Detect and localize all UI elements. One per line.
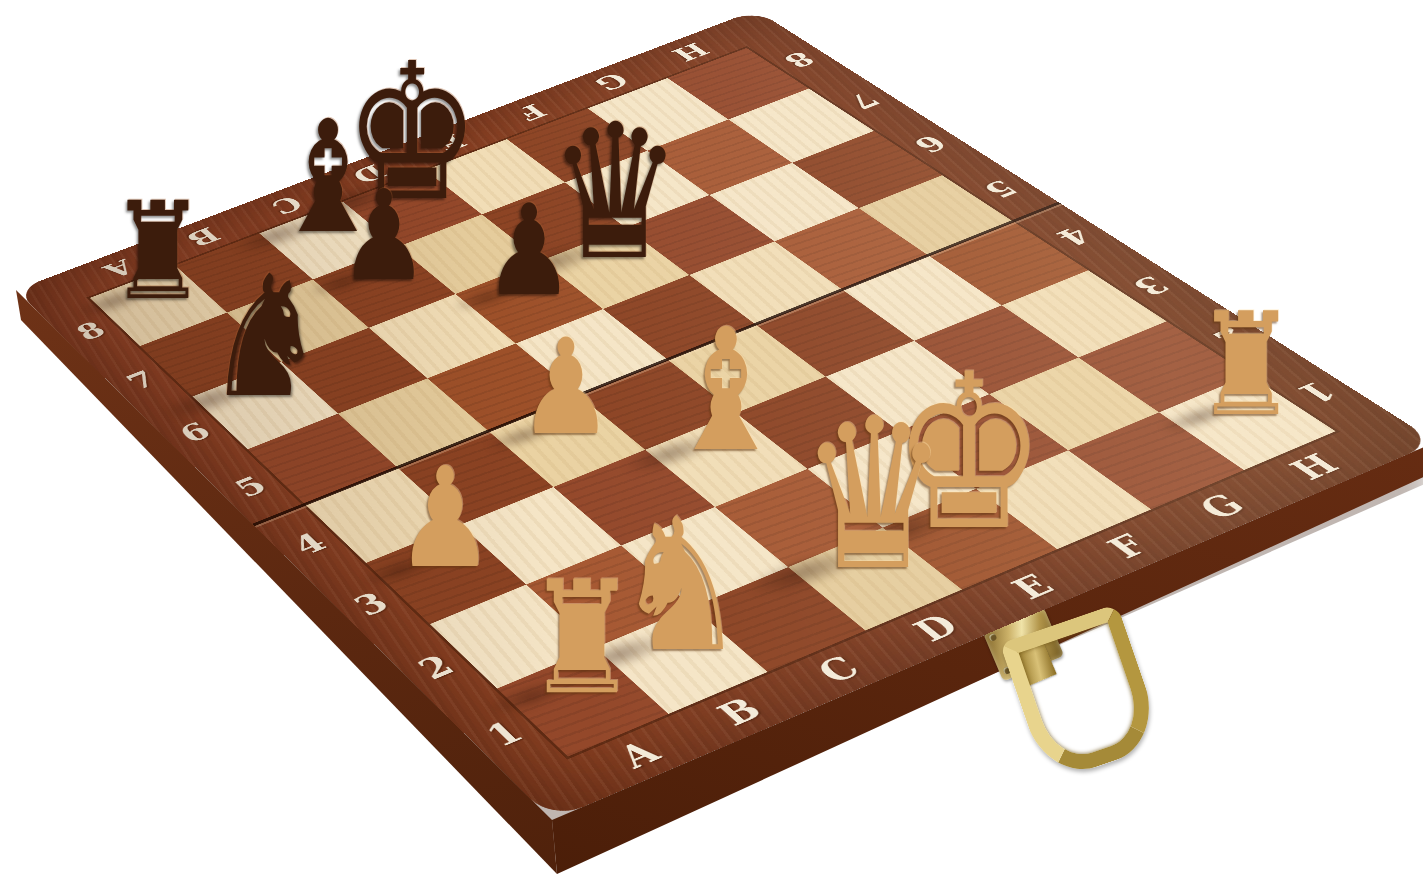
piece-black-pawn-c7[interactable]: ♟ xyxy=(328,174,440,299)
chess-set-photo: AABBCCDDEEFFGGHH8877665544332211 ♜♝♚♟♞♟♛… xyxy=(0,0,1423,887)
queen-glyph: ♛ xyxy=(799,391,948,599)
pawn-glyph: ♟ xyxy=(396,449,495,587)
pawn-glyph: ♟ xyxy=(339,174,428,299)
piece-white-rook-a1[interactable]: ♜ xyxy=(512,561,652,717)
piece-white-pawn-c4[interactable]: ♟ xyxy=(507,321,626,453)
pawn-glyph: ♟ xyxy=(519,321,614,453)
pawn-glyph: ♟ xyxy=(483,188,573,314)
knight-glyph: ♞ xyxy=(204,254,324,422)
piece-black-pawn-d6[interactable]: ♟ xyxy=(472,188,585,314)
rook-glyph: ♜ xyxy=(526,561,638,717)
piece-black-knight-a6[interactable]: ♞ xyxy=(189,254,339,422)
pieces-layer: ♜♝♚♟♞♟♛♟♟♝♜♞♛♚♜ xyxy=(0,0,1423,887)
piece-white-queen-d1[interactable]: ♛ xyxy=(781,391,968,599)
piece-white-rook-h1[interactable]: ♜ xyxy=(1183,294,1310,436)
rook-glyph: ♜ xyxy=(1195,294,1297,436)
piece-white-pawn-a3[interactable]: ♟ xyxy=(383,449,507,587)
bishop-glyph: ♝ xyxy=(665,307,786,476)
piece-white-bishop-d3[interactable]: ♝ xyxy=(650,307,801,476)
